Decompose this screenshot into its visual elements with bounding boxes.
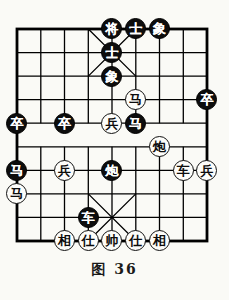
piece-black-advisor[interactable]: 士 [125, 18, 146, 39]
piece-white-soldier[interactable]: 兵 [101, 113, 122, 134]
piece-white-soldier[interactable]: 兵 [54, 160, 75, 181]
piece-white-soldier[interactable]: 兵 [196, 160, 217, 181]
piece-white-elephant[interactable]: 相 [54, 230, 75, 251]
piece-black-soldier[interactable]: 卒 [196, 89, 217, 110]
piece-black-advisor[interactable]: 士 [101, 42, 122, 63]
figure-caption: 图 36 [0, 261, 229, 279]
piece-white-chariot[interactable]: 车 [173, 160, 194, 181]
piece-black-horse[interactable]: 马 [6, 160, 27, 181]
piece-white-general[interactable]: 帅 [101, 230, 122, 251]
piece-white-cannon[interactable]: 炮 [149, 136, 170, 157]
piece-black-cannon[interactable]: 炮 [101, 160, 122, 181]
piece-white-advisor[interactable]: 仕 [78, 230, 99, 251]
xiangqi-board: 将士象士象马卒卒卒兵马炮马兵炮车兵马车相仕帅仕相 [0, 0, 229, 260]
piece-white-elephant[interactable]: 相 [149, 230, 170, 251]
piece-black-chariot[interactable]: 车 [78, 207, 99, 228]
piece-black-soldier[interactable]: 卒 [6, 113, 27, 134]
piece-black-general[interactable]: 将 [101, 18, 122, 39]
page: 将士象士象马卒卒卒兵马炮马兵炮车兵马车相仕帅仕相 图 36 [0, 0, 229, 300]
piece-white-advisor[interactable]: 仕 [125, 230, 146, 251]
piece-black-horse[interactable]: 马 [125, 113, 146, 134]
piece-black-elephant[interactable]: 象 [101, 66, 122, 87]
piece-black-elephant[interactable]: 象 [149, 18, 170, 39]
piece-white-horse[interactable]: 马 [6, 183, 27, 204]
piece-layer: 将士象士象马卒卒卒兵马炮马兵炮车兵马车相仕帅仕相 [5, 17, 219, 253]
piece-black-soldier[interactable]: 卒 [54, 113, 75, 134]
piece-white-horse[interactable]: 马 [125, 89, 146, 110]
